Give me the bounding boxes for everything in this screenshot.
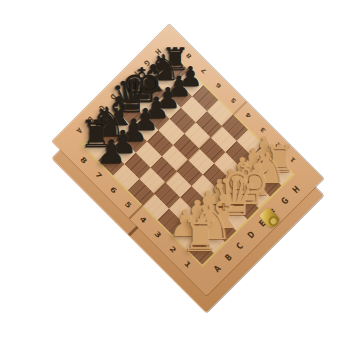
rank-label-8-near: 8 <box>79 156 88 165</box>
rank-label-6-near: 6 <box>108 186 117 195</box>
file-label-a-near: A <box>213 264 223 274</box>
rank-label-1-near: 1 <box>183 260 192 269</box>
rank-label-3-near: 3 <box>153 230 162 239</box>
file-label-g-near: G <box>280 196 290 206</box>
board-top-surface: 8877665544332211HHGGFFEEDDCCBBAA ♜♞♝♛♚♝♞… <box>52 24 323 295</box>
file-label-c-near: C <box>235 241 245 251</box>
file-label-d-near: D <box>246 230 256 240</box>
rank-label-5-near: 5 <box>123 201 132 210</box>
rank-label-5-far: 5 <box>229 96 237 104</box>
white-rook-a1: ♜ <box>181 213 221 257</box>
rank-label-4-far: 4 <box>244 111 252 119</box>
file-label-h-near: H <box>292 185 302 195</box>
rank-label-4-near: 4 <box>138 215 147 224</box>
folding-chess-box: 8877665544332211HHGGFFEEDDCCBBAA ♜♞♝♛♚♝♞… <box>79 51 297 269</box>
rank-label-2-near: 2 <box>168 245 177 254</box>
chess-set-photo: 8877665544332211HHGGFFEEDDCCBBAA ♜♞♝♛♚♝♞… <box>0 0 350 350</box>
rank-label-6-far: 6 <box>215 81 223 89</box>
black-pawn-a7: ♟ <box>97 136 126 169</box>
rank-label-7-near: 7 <box>94 171 103 180</box>
file-label-b-near: B <box>224 252 234 262</box>
